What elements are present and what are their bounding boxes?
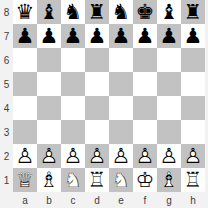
white-piece-outline-glyph: ♗: [157, 168, 181, 192]
rank-label-8: 8: [0, 0, 13, 24]
white-piece-outline-glyph: ♙: [133, 144, 157, 168]
square-b8[interactable]: ♝: [37, 0, 61, 24]
black-piece-glyph: ♟: [133, 24, 157, 48]
square-e4[interactable]: [109, 96, 133, 120]
white-piece-outline-glyph: ♙: [85, 144, 109, 168]
square-d7[interactable]: ♟: [85, 24, 109, 48]
white-bishop[interactable]: ♝♗: [37, 168, 61, 192]
white-piece-outline-glyph: ♙: [181, 144, 205, 168]
white-piece-outline-glyph: ♙: [157, 144, 181, 168]
square-b2[interactable]: ♟♙: [37, 144, 61, 168]
white-king[interactable]: ♚♔: [133, 168, 157, 192]
rank-label-3: 3: [0, 120, 13, 144]
file-label-f: f: [133, 192, 157, 208]
file-label-b: b: [37, 192, 61, 208]
black-piece-glyph: ♟: [181, 24, 205, 48]
black-knight[interactable]: ♞: [61, 0, 85, 24]
square-h6[interactable]: [181, 48, 205, 72]
square-b1[interactable]: ♝♗: [37, 168, 61, 192]
square-e6[interactable]: [109, 48, 133, 72]
black-piece-glyph: ♞: [109, 0, 133, 24]
square-c4[interactable]: [61, 96, 85, 120]
square-h3[interactable]: [181, 120, 205, 144]
white-piece-outline-glyph: ♘: [61, 168, 85, 192]
white-pawn[interactable]: ♟♙: [133, 144, 157, 168]
file-label-d: d: [85, 192, 109, 208]
square-g3[interactable]: [157, 120, 181, 144]
rank-label-6: 6: [0, 48, 13, 72]
square-d1[interactable]: ♜♖: [85, 168, 109, 192]
square-e3[interactable]: [109, 120, 133, 144]
square-g5[interactable]: [157, 72, 181, 96]
square-c2[interactable]: ♟♙: [61, 144, 85, 168]
square-a7[interactable]: ♟: [13, 24, 37, 48]
square-d8[interactable]: ♜: [85, 0, 109, 24]
square-g8[interactable]: ♝: [157, 0, 181, 24]
square-b5[interactable]: [37, 72, 61, 96]
black-pawn[interactable]: ♟: [157, 24, 181, 48]
square-f1[interactable]: ♚♔: [133, 168, 157, 192]
black-bishop[interactable]: ♝: [157, 0, 181, 24]
white-pawn[interactable]: ♟♙: [109, 144, 133, 168]
square-h5[interactable]: [181, 72, 205, 96]
rank-label-4: 4: [0, 96, 13, 120]
black-rook[interactable]: ♜: [85, 0, 109, 24]
black-piece-glyph: ♜: [85, 0, 109, 24]
square-d3[interactable]: [85, 120, 109, 144]
white-piece-outline-glyph: ♙: [109, 144, 133, 168]
black-piece-glyph: ♟: [85, 24, 109, 48]
black-knight[interactable]: ♞: [109, 0, 133, 24]
square-c5[interactable]: [61, 72, 85, 96]
file-label-a: a: [13, 192, 37, 208]
square-g2[interactable]: ♟♙: [157, 144, 181, 168]
square-h1[interactable]: ♜♖: [181, 168, 205, 192]
rank-label-1: 1: [0, 168, 13, 192]
white-piece-outline-glyph: ♖: [181, 168, 205, 192]
black-pawn[interactable]: ♟: [37, 24, 61, 48]
white-pawn[interactable]: ♟♙: [181, 144, 205, 168]
square-f5[interactable]: [133, 72, 157, 96]
rank-label-7: 7: [0, 24, 13, 48]
chess-board: 87654321♛♝♞♜♞♚♝♜♟♟♟♟♟♟♟♟♟♙♟♙♟♙♟♙♟♙♟♙♟♙♟♙…: [0, 0, 208, 208]
square-b6[interactable]: [37, 48, 61, 72]
square-b4[interactable]: [37, 96, 61, 120]
white-piece-outline-glyph: ♕: [13, 168, 37, 192]
white-knight[interactable]: ♞♘: [109, 168, 133, 192]
file-label-g: g: [157, 192, 181, 208]
white-piece-outline-glyph: ♖: [85, 168, 109, 192]
square-a3[interactable]: [13, 120, 37, 144]
white-piece-outline-glyph: ♔: [133, 168, 157, 192]
white-queen[interactable]: ♛♕: [13, 168, 37, 192]
white-rook[interactable]: ♜♖: [85, 168, 109, 192]
white-piece-outline-glyph: ♗: [37, 168, 61, 192]
black-pawn[interactable]: ♟: [109, 24, 133, 48]
square-a1[interactable]: ♛♕: [13, 168, 37, 192]
black-piece-glyph: ♛: [13, 0, 37, 24]
square-a2[interactable]: ♟♙: [13, 144, 37, 168]
square-f8[interactable]: ♚: [133, 0, 157, 24]
square-a4[interactable]: [13, 96, 37, 120]
square-b7[interactable]: ♟: [37, 24, 61, 48]
white-piece-outline-glyph: ♙: [37, 144, 61, 168]
black-piece-glyph: ♚: [133, 0, 157, 24]
black-pawn[interactable]: ♟: [13, 24, 37, 48]
white-pawn[interactable]: ♟♙: [13, 144, 37, 168]
square-e8[interactable]: ♞: [109, 0, 133, 24]
square-d6[interactable]: [85, 48, 109, 72]
black-piece-glyph: ♟: [109, 24, 133, 48]
square-a6[interactable]: [13, 48, 37, 72]
white-bishop[interactable]: ♝♗: [157, 168, 181, 192]
white-pawn[interactable]: ♟♙: [37, 144, 61, 168]
square-g6[interactable]: [157, 48, 181, 72]
square-c8[interactable]: ♞: [61, 0, 85, 24]
black-piece-glyph: ♟: [13, 24, 37, 48]
white-piece-outline-glyph: ♘: [109, 168, 133, 192]
square-c3[interactable]: [61, 120, 85, 144]
black-pawn[interactable]: ♟: [133, 24, 157, 48]
black-piece-glyph: ♟: [157, 24, 181, 48]
black-pawn[interactable]: ♟: [85, 24, 109, 48]
square-e1[interactable]: ♞♘: [109, 168, 133, 192]
file-label-h: h: [181, 192, 205, 208]
black-pawn[interactable]: ♟: [181, 24, 205, 48]
black-piece-glyph: ♜: [181, 0, 205, 24]
white-pawn[interactable]: ♟♙: [157, 144, 181, 168]
square-f6[interactable]: [133, 48, 157, 72]
black-king[interactable]: ♚: [133, 0, 157, 24]
square-f4[interactable]: [133, 96, 157, 120]
rank-label-5: 5: [0, 72, 13, 96]
square-a5[interactable]: [13, 72, 37, 96]
square-g4[interactable]: [157, 96, 181, 120]
square-b3[interactable]: [37, 120, 61, 144]
square-h2[interactable]: ♟♙: [181, 144, 205, 168]
square-f2[interactable]: ♟♙: [133, 144, 157, 168]
file-label-e: e: [109, 192, 133, 208]
black-piece-glyph: ♞: [61, 0, 85, 24]
square-c1[interactable]: ♞♘: [61, 168, 85, 192]
white-pawn[interactable]: ♟♙: [85, 144, 109, 168]
white-piece-outline-glyph: ♙: [61, 144, 85, 168]
black-piece-glyph: ♟: [37, 24, 61, 48]
black-piece-glyph: ♝: [157, 0, 181, 24]
file-label-c: c: [61, 192, 85, 208]
black-piece-glyph: ♝: [37, 0, 61, 24]
square-d5[interactable]: [85, 72, 109, 96]
white-rook[interactable]: ♜♖: [181, 168, 205, 192]
square-f3[interactable]: [133, 120, 157, 144]
square-h8[interactable]: ♜: [181, 0, 205, 24]
square-h7[interactable]: ♟: [181, 24, 205, 48]
black-queen[interactable]: ♛: [13, 0, 37, 24]
square-c7[interactable]: ♟: [61, 24, 85, 48]
white-piece-outline-glyph: ♙: [13, 144, 37, 168]
white-pawn[interactable]: ♟♙: [61, 144, 85, 168]
black-rook[interactable]: ♜: [181, 0, 205, 24]
black-pawn[interactable]: ♟: [61, 24, 85, 48]
square-c6[interactable]: [61, 48, 85, 72]
square-g7[interactable]: ♟: [157, 24, 181, 48]
square-e2[interactable]: ♟♙: [109, 144, 133, 168]
square-f7[interactable]: ♟: [133, 24, 157, 48]
square-d4[interactable]: [85, 96, 109, 120]
white-knight[interactable]: ♞♘: [61, 168, 85, 192]
square-a8[interactable]: ♛: [13, 0, 37, 24]
square-e7[interactable]: ♟: [109, 24, 133, 48]
black-bishop[interactable]: ♝: [37, 0, 61, 24]
square-e5[interactable]: [109, 72, 133, 96]
square-g1[interactable]: ♝♗: [157, 168, 181, 192]
square-d2[interactable]: ♟♙: [85, 144, 109, 168]
rank-label-2: 2: [0, 144, 13, 168]
black-piece-glyph: ♟: [61, 24, 85, 48]
square-h4[interactable]: [181, 96, 205, 120]
